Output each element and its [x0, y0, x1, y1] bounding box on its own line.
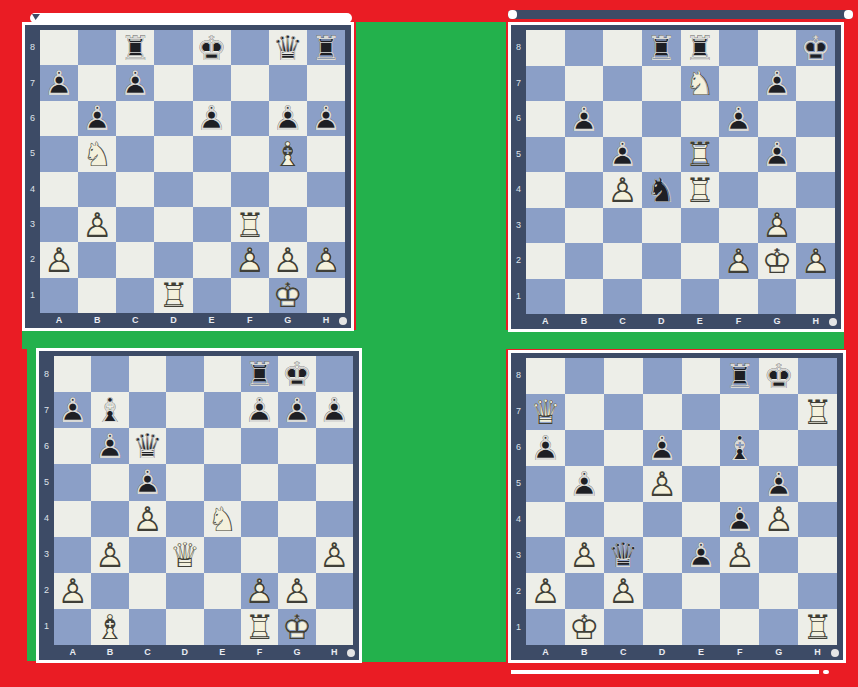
white-bishop[interactable]: ♝♗ — [269, 136, 307, 171]
white-rook[interactable]: ♜♖ — [241, 609, 278, 645]
white-rook[interactable]: ♜♖ — [798, 394, 837, 430]
black-pawn[interactable]: ♟♙ — [40, 65, 78, 100]
black-king[interactable]: ♚♔ — [278, 356, 315, 392]
square-a1[interactable] — [526, 279, 565, 315]
square-f3[interactable]: ♟♙ — [720, 537, 759, 573]
black-king[interactable]: ♚♔ — [796, 30, 835, 66]
square-h5[interactable] — [316, 464, 353, 500]
black-pawn[interactable]: ♟♙ — [78, 101, 116, 136]
black-pawn[interactable]: ♟♙ — [758, 66, 797, 102]
square-c5[interactable]: ♟♙ — [129, 464, 166, 500]
black-pawn[interactable]: ♟♙ — [682, 537, 721, 573]
square-h1[interactable] — [307, 278, 345, 313]
square-g1[interactable] — [759, 609, 798, 645]
square-f6[interactable] — [241, 428, 278, 464]
square-a8[interactable] — [526, 358, 565, 394]
square-e1[interactable] — [193, 278, 231, 313]
square-f3[interactable] — [241, 537, 278, 573]
square-f2[interactable]: ♟♙ — [241, 573, 278, 609]
square-a6[interactable]: ♟♙ — [526, 430, 565, 466]
square-c5[interactable] — [604, 466, 643, 502]
square-c7[interactable] — [603, 66, 642, 102]
square-h3[interactable] — [307, 207, 345, 242]
square-b5[interactable] — [565, 137, 604, 173]
square-f7[interactable] — [231, 65, 269, 100]
square-g7[interactable] — [269, 65, 307, 100]
white-knight[interactable]: ♞♘ — [681, 66, 720, 102]
square-a1[interactable] — [54, 609, 91, 645]
square-f2[interactable]: ♟♙ — [231, 242, 269, 277]
square-c6[interactable]: ♛♕ — [129, 428, 166, 464]
square-b6[interactable]: ♟♙ — [78, 101, 116, 136]
square-b6[interactable] — [565, 430, 604, 466]
square-b7[interactable] — [565, 394, 604, 430]
square-d4[interactable] — [643, 502, 682, 538]
square-b3[interactable] — [565, 208, 604, 244]
white-knight[interactable]: ♞♘ — [204, 501, 241, 537]
square-d6[interactable] — [154, 101, 192, 136]
black-rook[interactable]: ♜♖ — [307, 30, 345, 65]
square-h1[interactable]: ♜♖ — [798, 609, 837, 645]
square-g1[interactable]: ♚♔ — [269, 278, 307, 313]
square-b3[interactable]: ♟♙ — [91, 537, 128, 573]
square-d1[interactable] — [642, 279, 681, 315]
square-h8[interactable] — [798, 358, 837, 394]
square-e7[interactable]: ♞♘ — [681, 66, 720, 102]
square-f7[interactable] — [719, 66, 758, 102]
square-d8[interactable] — [154, 30, 192, 65]
square-c3[interactable] — [603, 208, 642, 244]
square-d3[interactable] — [643, 537, 682, 573]
square-a6[interactable] — [40, 101, 78, 136]
square-e5[interactable] — [204, 464, 241, 500]
square-b1[interactable] — [78, 278, 116, 313]
square-h5[interactable] — [796, 137, 835, 173]
black-queen[interactable]: ♛♕ — [129, 428, 166, 464]
square-f1[interactable] — [720, 609, 759, 645]
black-rook[interactable]: ♜♖ — [681, 30, 720, 66]
square-e3[interactable]: ♟♙ — [682, 537, 721, 573]
square-e5[interactable]: ♜♖ — [681, 137, 720, 173]
square-b7[interactable]: ♝♗ — [91, 392, 128, 428]
square-g5[interactable]: ♟♙ — [759, 466, 798, 502]
square-f6[interactable]: ♝♗ — [720, 430, 759, 466]
square-c6[interactable] — [116, 101, 154, 136]
square-f2[interactable] — [720, 573, 759, 609]
black-pawn[interactable]: ♟♙ — [241, 392, 278, 428]
square-e4[interactable]: ♜♖ — [681, 172, 720, 208]
square-a4[interactable] — [526, 502, 565, 538]
square-b7[interactable] — [565, 66, 604, 102]
black-pawn[interactable]: ♟♙ — [193, 101, 231, 136]
white-pawn[interactable]: ♟♙ — [54, 573, 91, 609]
square-f5[interactable] — [719, 137, 758, 173]
square-a3[interactable] — [54, 537, 91, 573]
square-f4[interactable] — [241, 501, 278, 537]
square-g1[interactable] — [758, 279, 797, 315]
square-h5[interactable] — [798, 466, 837, 502]
square-d8[interactable]: ♜♖ — [642, 30, 681, 66]
square-b6[interactable]: ♟♙ — [565, 101, 604, 137]
white-pawn[interactable]: ♟♙ — [796, 243, 835, 279]
square-e7[interactable] — [682, 394, 721, 430]
black-knight[interactable]: ♞♘ — [642, 172, 681, 208]
white-king[interactable]: ♚♔ — [565, 609, 604, 645]
square-b3[interactable]: ♟♙ — [78, 207, 116, 242]
square-d3[interactable]: ♛♕ — [166, 537, 203, 573]
square-d7[interactable] — [166, 392, 203, 428]
black-king[interactable]: ♚♔ — [759, 358, 798, 394]
square-a3[interactable] — [40, 207, 78, 242]
white-pawn[interactable]: ♟♙ — [719, 243, 758, 279]
square-e1[interactable] — [204, 609, 241, 645]
black-queen[interactable]: ♛♕ — [269, 30, 307, 65]
black-pawn[interactable]: ♟♙ — [526, 430, 565, 466]
square-d8[interactable] — [166, 356, 203, 392]
square-a3[interactable] — [526, 208, 565, 244]
square-a7[interactable]: ♟♙ — [54, 392, 91, 428]
square-a2[interactable]: ♟♙ — [526, 573, 565, 609]
square-a6[interactable] — [526, 101, 565, 137]
square-d2[interactable] — [642, 243, 681, 279]
white-pawn[interactable]: ♟♙ — [758, 208, 797, 244]
white-pawn[interactable]: ♟♙ — [759, 502, 798, 538]
square-d6[interactable] — [642, 101, 681, 137]
square-c4[interactable] — [604, 502, 643, 538]
square-e1[interactable] — [681, 279, 720, 315]
square-b2[interactable] — [565, 243, 604, 279]
square-a4[interactable] — [526, 172, 565, 208]
square-a7[interactable]: ♛♕ — [526, 394, 565, 430]
square-b2[interactable] — [78, 242, 116, 277]
square-h2[interactable]: ♟♙ — [307, 242, 345, 277]
square-c3[interactable] — [129, 537, 166, 573]
black-pawn[interactable]: ♟♙ — [316, 392, 353, 428]
square-c7[interactable]: ♟♙ — [116, 65, 154, 100]
white-rook[interactable]: ♜♖ — [798, 609, 837, 645]
square-g5[interactable]: ♟♙ — [758, 137, 797, 173]
square-f2[interactable]: ♟♙ — [719, 243, 758, 279]
white-pawn[interactable]: ♟♙ — [241, 573, 278, 609]
square-h4[interactable] — [316, 501, 353, 537]
white-pawn[interactable]: ♟♙ — [526, 573, 565, 609]
square-f8[interactable]: ♜♖ — [241, 356, 278, 392]
square-b4[interactable] — [565, 172, 604, 208]
black-pawn[interactable]: ♟♙ — [129, 464, 166, 500]
square-d5[interactable] — [154, 136, 192, 171]
square-a4[interactable] — [40, 172, 78, 207]
square-h8[interactable]: ♚♔ — [796, 30, 835, 66]
square-a2[interactable]: ♟♙ — [54, 573, 91, 609]
square-f1[interactable]: ♜♖ — [241, 609, 278, 645]
square-d6[interactable] — [166, 428, 203, 464]
white-pawn[interactable]: ♟♙ — [720, 537, 759, 573]
white-pawn[interactable]: ♟♙ — [565, 537, 604, 573]
square-g5[interactable] — [278, 464, 315, 500]
black-pawn[interactable]: ♟♙ — [758, 137, 797, 173]
square-e2[interactable] — [204, 573, 241, 609]
black-pawn[interactable]: ♟♙ — [565, 466, 604, 502]
square-h4[interactable] — [798, 502, 837, 538]
square-f3[interactable] — [719, 208, 758, 244]
white-queen[interactable]: ♛♕ — [526, 394, 565, 430]
square-e3[interactable] — [204, 537, 241, 573]
square-b1[interactable]: ♝♗ — [91, 609, 128, 645]
square-b2[interactable] — [565, 573, 604, 609]
square-d4[interactable]: ♞♘ — [642, 172, 681, 208]
square-a1[interactable] — [526, 609, 565, 645]
square-e6[interactable] — [681, 101, 720, 137]
square-e5[interactable] — [193, 136, 231, 171]
square-g7[interactable]: ♟♙ — [758, 66, 797, 102]
square-d5[interactable] — [166, 464, 203, 500]
square-g1[interactable]: ♚♔ — [278, 609, 315, 645]
square-e2[interactable] — [682, 573, 721, 609]
square-c8[interactable] — [604, 358, 643, 394]
square-g2[interactable]: ♟♙ — [278, 573, 315, 609]
square-a7[interactable] — [526, 66, 565, 102]
square-d5[interactable]: ♟♙ — [643, 466, 682, 502]
black-pawn[interactable]: ♟♙ — [565, 101, 604, 137]
square-f4[interactable] — [231, 172, 269, 207]
square-c2[interactable] — [116, 242, 154, 277]
square-g2[interactable]: ♟♙ — [269, 242, 307, 277]
square-g6[interactable] — [278, 428, 315, 464]
square-h7[interactable] — [796, 66, 835, 102]
square-d4[interactable] — [166, 501, 203, 537]
square-e8[interactable]: ♜♖ — [681, 30, 720, 66]
square-d3[interactable] — [642, 208, 681, 244]
square-f4[interactable]: ♟♙ — [720, 502, 759, 538]
square-a2[interactable]: ♟♙ — [40, 242, 78, 277]
square-g8[interactable] — [758, 30, 797, 66]
black-pawn[interactable]: ♟♙ — [759, 466, 798, 502]
square-b1[interactable] — [565, 279, 604, 315]
square-h7[interactable]: ♜♖ — [798, 394, 837, 430]
square-f5[interactable] — [720, 466, 759, 502]
square-g6[interactable]: ♟♙ — [269, 101, 307, 136]
square-g8[interactable]: ♚♔ — [759, 358, 798, 394]
square-g3[interactable] — [269, 207, 307, 242]
square-b8[interactable] — [565, 30, 604, 66]
square-d2[interactable] — [166, 573, 203, 609]
square-a3[interactable] — [526, 537, 565, 573]
square-b8[interactable] — [565, 358, 604, 394]
square-g8[interactable]: ♛♕ — [269, 30, 307, 65]
square-e7[interactable] — [193, 65, 231, 100]
square-h1[interactable] — [316, 609, 353, 645]
square-a7[interactable]: ♟♙ — [40, 65, 78, 100]
black-king[interactable]: ♚♔ — [193, 30, 231, 65]
square-g8[interactable]: ♚♔ — [278, 356, 315, 392]
square-a8[interactable] — [526, 30, 565, 66]
square-f8[interactable]: ♜♖ — [720, 358, 759, 394]
white-pawn[interactable]: ♟♙ — [643, 466, 682, 502]
square-g6[interactable] — [759, 430, 798, 466]
white-pawn[interactable]: ♟♙ — [316, 537, 353, 573]
white-queen[interactable]: ♛♕ — [166, 537, 203, 573]
square-c8[interactable] — [603, 30, 642, 66]
square-g7[interactable]: ♟♙ — [278, 392, 315, 428]
black-pawn[interactable]: ♟♙ — [603, 137, 642, 173]
square-e4[interactable] — [682, 502, 721, 538]
square-c5[interactable]: ♟♙ — [603, 137, 642, 173]
white-rook[interactable]: ♜♖ — [154, 278, 192, 313]
white-pawn[interactable]: ♟♙ — [231, 242, 269, 277]
square-b8[interactable] — [91, 356, 128, 392]
square-d8[interactable] — [643, 358, 682, 394]
square-c4[interactable] — [116, 172, 154, 207]
square-d1[interactable] — [166, 609, 203, 645]
square-d7[interactable] — [154, 65, 192, 100]
square-c6[interactable] — [604, 430, 643, 466]
white-pawn[interactable]: ♟♙ — [269, 242, 307, 277]
square-h6[interactable] — [796, 101, 835, 137]
square-h2[interactable]: ♟♙ — [796, 243, 835, 279]
square-a4[interactable] — [54, 501, 91, 537]
white-pawn[interactable]: ♟♙ — [91, 537, 128, 573]
square-b6[interactable]: ♟♙ — [91, 428, 128, 464]
square-b1[interactable]: ♚♔ — [565, 609, 604, 645]
square-b4[interactable] — [565, 502, 604, 538]
square-h2[interactable] — [798, 573, 837, 609]
square-d2[interactable] — [154, 242, 192, 277]
square-h8[interactable]: ♜♖ — [307, 30, 345, 65]
white-pawn[interactable]: ♟♙ — [78, 207, 116, 242]
square-b2[interactable] — [91, 573, 128, 609]
square-d5[interactable] — [642, 137, 681, 173]
white-king[interactable]: ♚♔ — [269, 278, 307, 313]
square-h6[interactable] — [316, 428, 353, 464]
square-e1[interactable] — [682, 609, 721, 645]
square-b4[interactable] — [91, 501, 128, 537]
square-c2[interactable]: ♟♙ — [604, 573, 643, 609]
square-h4[interactable] — [796, 172, 835, 208]
black-pawn[interactable]: ♟♙ — [54, 392, 91, 428]
square-h6[interactable]: ♟♙ — [307, 101, 345, 136]
square-a1[interactable] — [40, 278, 78, 313]
square-a5[interactable] — [54, 464, 91, 500]
square-d2[interactable] — [643, 573, 682, 609]
square-a5[interactable] — [526, 137, 565, 173]
square-e5[interactable] — [682, 466, 721, 502]
square-e8[interactable]: ♚♔ — [193, 30, 231, 65]
square-e4[interactable] — [193, 172, 231, 207]
black-pawn[interactable]: ♟♙ — [720, 502, 759, 538]
white-knight[interactable]: ♞♘ — [78, 136, 116, 171]
square-h6[interactable] — [798, 430, 837, 466]
square-h7[interactable] — [307, 65, 345, 100]
square-c3[interactable] — [116, 207, 154, 242]
square-g6[interactable] — [758, 101, 797, 137]
square-h7[interactable]: ♟♙ — [316, 392, 353, 428]
square-g2[interactable]: ♚♔ — [758, 243, 797, 279]
square-c1[interactable] — [604, 609, 643, 645]
square-b7[interactable] — [78, 65, 116, 100]
black-pawn[interactable]: ♟♙ — [719, 101, 758, 137]
black-pawn[interactable]: ♟♙ — [269, 101, 307, 136]
white-pawn[interactable]: ♟♙ — [40, 242, 78, 277]
square-d1[interactable]: ♜♖ — [154, 278, 192, 313]
black-pawn[interactable]: ♟♙ — [643, 430, 682, 466]
square-e2[interactable] — [681, 243, 720, 279]
square-c5[interactable] — [116, 136, 154, 171]
square-c7[interactable] — [604, 394, 643, 430]
black-rook[interactable]: ♜♖ — [642, 30, 681, 66]
black-pawn[interactable]: ♟♙ — [307, 101, 345, 136]
square-a8[interactable] — [40, 30, 78, 65]
square-e4[interactable]: ♞♘ — [204, 501, 241, 537]
white-pawn[interactable]: ♟♙ — [603, 172, 642, 208]
square-b4[interactable] — [78, 172, 116, 207]
black-rook[interactable]: ♜♖ — [720, 358, 759, 394]
square-c1[interactable] — [603, 279, 642, 315]
square-f1[interactable] — [231, 278, 269, 313]
square-f7[interactable]: ♟♙ — [241, 392, 278, 428]
square-d4[interactable] — [154, 172, 192, 207]
square-c6[interactable] — [603, 101, 642, 137]
square-c8[interactable]: ♜♖ — [116, 30, 154, 65]
square-c7[interactable] — [129, 392, 166, 428]
square-h4[interactable] — [307, 172, 345, 207]
square-g2[interactable] — [759, 573, 798, 609]
square-b5[interactable] — [91, 464, 128, 500]
square-g4[interactable] — [758, 172, 797, 208]
black-pawn[interactable]: ♟♙ — [91, 428, 128, 464]
square-h2[interactable] — [316, 573, 353, 609]
square-d7[interactable] — [643, 394, 682, 430]
square-f5[interactable] — [231, 136, 269, 171]
square-g5[interactable]: ♝♗ — [269, 136, 307, 171]
square-e6[interactable]: ♟♙ — [193, 101, 231, 136]
square-a6[interactable] — [54, 428, 91, 464]
square-d6[interactable]: ♟♙ — [643, 430, 682, 466]
square-e2[interactable] — [193, 242, 231, 277]
square-a5[interactable] — [40, 136, 78, 171]
white-rook[interactable]: ♜♖ — [681, 172, 720, 208]
square-f6[interactable] — [231, 101, 269, 136]
square-d1[interactable] — [643, 609, 682, 645]
white-king[interactable]: ♚♔ — [278, 609, 315, 645]
square-g3[interactable] — [278, 537, 315, 573]
square-f4[interactable] — [719, 172, 758, 208]
square-g3[interactable]: ♟♙ — [758, 208, 797, 244]
black-queen[interactable]: ♛♕ — [604, 537, 643, 573]
square-c1[interactable] — [116, 278, 154, 313]
square-b5[interactable]: ♞♘ — [78, 136, 116, 171]
square-g7[interactable] — [759, 394, 798, 430]
black-rook[interactable]: ♜♖ — [116, 30, 154, 65]
white-pawn[interactable]: ♟♙ — [278, 573, 315, 609]
square-a8[interactable] — [54, 356, 91, 392]
square-f3[interactable]: ♜♖ — [231, 207, 269, 242]
square-h8[interactable] — [316, 356, 353, 392]
white-king[interactable]: ♚♔ — [758, 243, 797, 279]
square-c3[interactable]: ♛♕ — [604, 537, 643, 573]
square-e7[interactable] — [204, 392, 241, 428]
square-h3[interactable] — [796, 208, 835, 244]
square-a2[interactable] — [526, 243, 565, 279]
square-g4[interactable]: ♟♙ — [759, 502, 798, 538]
square-f7[interactable] — [720, 394, 759, 430]
black-pawn[interactable]: ♟♙ — [116, 65, 154, 100]
white-rook[interactable]: ♜♖ — [681, 137, 720, 173]
square-a5[interactable] — [526, 466, 565, 502]
square-e6[interactable] — [204, 428, 241, 464]
square-b3[interactable]: ♟♙ — [565, 537, 604, 573]
square-c1[interactable] — [129, 609, 166, 645]
square-f8[interactable] — [719, 30, 758, 66]
